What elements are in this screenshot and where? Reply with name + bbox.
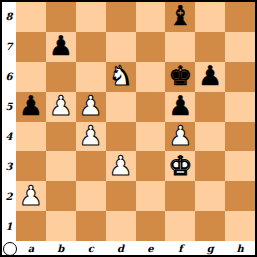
square-a8[interactable] [16, 2, 46, 32]
square-c6[interactable] [76, 62, 106, 92]
square-e8[interactable] [136, 2, 166, 32]
square-g4[interactable] [195, 122, 225, 152]
square-e3[interactable] [136, 151, 166, 181]
rank-label-5: 5 [2, 92, 16, 122]
square-d3[interactable]: ♟ [106, 151, 136, 181]
file-label-b: b [46, 241, 76, 255]
white-knight-d6[interactable]: ♞ [108, 62, 132, 89]
square-h5[interactable] [225, 92, 255, 122]
square-g3[interactable] [195, 151, 225, 181]
black-bishop-f8[interactable]: ♝ [168, 2, 192, 29]
file-label-h: h [225, 241, 255, 255]
square-f1[interactable] [165, 211, 195, 241]
square-g2[interactable] [195, 181, 225, 211]
white-pawn-f4[interactable]: ♟ [168, 122, 192, 149]
square-e2[interactable] [136, 181, 166, 211]
rank-label-6: 6 [2, 62, 16, 92]
chess-diagram: 87654321 ♝♟♞♚♟♟♟♟♟♟♟♟♚♟ abcdefgh [0, 0, 257, 257]
square-g1[interactable] [195, 211, 225, 241]
square-e4[interactable] [136, 122, 166, 152]
square-c7[interactable] [76, 32, 106, 62]
square-d8[interactable] [106, 2, 136, 32]
square-d1[interactable] [106, 211, 136, 241]
square-h2[interactable] [225, 181, 255, 211]
square-a4[interactable] [16, 122, 46, 152]
file-label-f: f [165, 241, 195, 255]
square-g5[interactable] [195, 92, 225, 122]
chess-board[interactable]: ♝♟♞♚♟♟♟♟♟♟♟♟♚♟ [16, 2, 255, 241]
black-pawn-g6[interactable]: ♟ [198, 62, 222, 89]
square-a2[interactable]: ♟ [16, 181, 46, 211]
square-c4[interactable]: ♟ [76, 122, 106, 152]
file-labels: abcdefgh [16, 241, 255, 255]
white-pawn-d3[interactable]: ♟ [108, 152, 132, 179]
square-d2[interactable] [106, 181, 136, 211]
square-e6[interactable] [136, 62, 166, 92]
square-a1[interactable] [16, 211, 46, 241]
square-h3[interactable] [225, 151, 255, 181]
file-label-e: e [136, 241, 166, 255]
square-e5[interactable] [136, 92, 166, 122]
square-c1[interactable] [76, 211, 106, 241]
square-f8[interactable]: ♝ [165, 2, 195, 32]
black-king-f6[interactable]: ♚ [168, 62, 192, 89]
square-f3[interactable]: ♚ [165, 151, 195, 181]
square-h1[interactable] [225, 211, 255, 241]
square-a5[interactable]: ♟ [16, 92, 46, 122]
file-label-a: a [16, 241, 46, 255]
white-king-f3[interactable]: ♚ [168, 152, 192, 179]
rank-label-4: 4 [2, 122, 16, 152]
square-b8[interactable] [46, 2, 76, 32]
black-pawn-b7[interactable]: ♟ [49, 32, 73, 59]
square-a3[interactable] [16, 151, 46, 181]
white-pawn-c4[interactable]: ♟ [79, 122, 103, 149]
black-pawn-a5[interactable]: ♟ [19, 92, 43, 119]
rank-label-8: 8 [2, 2, 16, 32]
white-pawn-b5[interactable]: ♟ [49, 92, 73, 119]
black-pawn-f5[interactable]: ♟ [168, 92, 192, 119]
square-d4[interactable] [106, 122, 136, 152]
square-e1[interactable] [136, 211, 166, 241]
square-g6[interactable]: ♟ [195, 62, 225, 92]
square-b6[interactable] [46, 62, 76, 92]
square-c5[interactable]: ♟ [76, 92, 106, 122]
square-d7[interactable] [106, 32, 136, 62]
square-c2[interactable] [76, 181, 106, 211]
square-d5[interactable] [106, 92, 136, 122]
square-b3[interactable] [46, 151, 76, 181]
square-b1[interactable] [46, 211, 76, 241]
square-b5[interactable]: ♟ [46, 92, 76, 122]
square-b4[interactable] [46, 122, 76, 152]
white-pawn-a2[interactable]: ♟ [19, 182, 43, 209]
file-label-c: c [76, 241, 106, 255]
file-label-d: d [106, 241, 136, 255]
square-h8[interactable] [225, 2, 255, 32]
rank-label-2: 2 [2, 181, 16, 211]
square-f5[interactable]: ♟ [165, 92, 195, 122]
white-pawn-c5[interactable]: ♟ [79, 92, 103, 119]
square-d6[interactable]: ♞ [106, 62, 136, 92]
rank-label-7: 7 [2, 32, 16, 62]
white-to-move-indicator-icon [3, 242, 17, 256]
square-f2[interactable] [165, 181, 195, 211]
square-a7[interactable] [16, 32, 46, 62]
rank-label-1: 1 [2, 211, 16, 241]
file-label-g: g [195, 241, 225, 255]
square-f6[interactable]: ♚ [165, 62, 195, 92]
rank-label-3: 3 [2, 151, 16, 181]
square-g8[interactable] [195, 2, 225, 32]
square-b7[interactable]: ♟ [46, 32, 76, 62]
square-g7[interactable] [195, 32, 225, 62]
square-c3[interactable] [76, 151, 106, 181]
square-f7[interactable] [165, 32, 195, 62]
rank-labels: 87654321 [2, 2, 16, 241]
square-b2[interactable] [46, 181, 76, 211]
square-h4[interactable] [225, 122, 255, 152]
square-f4[interactable]: ♟ [165, 122, 195, 152]
square-h7[interactable] [225, 32, 255, 62]
square-c8[interactable] [76, 2, 106, 32]
square-e7[interactable] [136, 32, 166, 62]
square-h6[interactable] [225, 62, 255, 92]
square-a6[interactable] [16, 62, 46, 92]
